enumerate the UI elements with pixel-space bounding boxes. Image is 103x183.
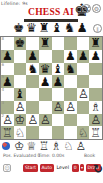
controls-bar: Start Auto Level 0 ▾ Draw: [23, 164, 101, 172]
black-captured-tray: ♚♛♜♝♞♟: [13, 21, 88, 35]
square-h8[interactable]: ♜: [89, 37, 102, 50]
black-rook-d8[interactable]: ♜: [40, 37, 51, 49]
square-g5[interactable]: [77, 75, 90, 88]
square-f4[interactable]: [64, 88, 77, 101]
white-pawn-c2[interactable]: ♙: [27, 114, 38, 126]
square-f8[interactable]: [64, 37, 77, 50]
square-f2[interactable]: [64, 114, 77, 127]
square-a3[interactable]: 3: [1, 101, 14, 114]
square-e8[interactable]: [52, 37, 65, 50]
square-d4[interactable]: [39, 88, 52, 101]
white-bishop-h3[interactable]: ♗: [90, 101, 101, 113]
white-knight-b1[interactable]: ♘: [15, 127, 26, 139]
level-caret-icon[interactable]: ▾: [80, 164, 84, 171]
book-text: Book: [84, 153, 95, 158]
black-queen-d6[interactable]: ♛: [40, 63, 51, 75]
square-c4[interactable]: [26, 88, 39, 101]
square-e1[interactable]: [52, 126, 65, 139]
square-b5[interactable]: [14, 75, 27, 88]
square-h2[interactable]: ♙: [89, 114, 102, 127]
black-pawn-h7[interactable]: ♟: [90, 50, 101, 62]
square-d3[interactable]: [39, 101, 52, 114]
square-e4[interactable]: [52, 88, 65, 101]
tray-black-piece: ♜: [38, 21, 49, 35]
white-rook-h1[interactable]: ♖: [90, 127, 101, 139]
tray-black-piece: ♟: [77, 21, 88, 35]
tray-white-piece: ♙: [76, 140, 86, 153]
rank-label-2: 2: [2, 114, 5, 118]
square-e6[interactable]: ♝: [52, 63, 65, 76]
gear-icon[interactable]: ⚙: [92, 4, 101, 13]
white-pawn-g4[interactable]: ♙: [78, 88, 89, 100]
square-a7[interactable]: 7♟: [1, 50, 14, 63]
black-pawn-d5[interactable]: ♟: [40, 76, 51, 88]
square-f5[interactable]: [64, 75, 77, 88]
square-d5[interactable]: ♟: [39, 75, 52, 88]
positions-evaluated-text: Pos. Evaluated 0: [3, 153, 40, 158]
start-button[interactable]: Start: [23, 164, 38, 172]
square-h1[interactable]: ♖: [89, 126, 102, 139]
square-g6[interactable]: [77, 63, 90, 76]
tray-white-piece: ♘: [63, 140, 73, 153]
square-d8[interactable]: ♜: [39, 37, 52, 50]
black-rook-h8[interactable]: ♜: [90, 37, 101, 49]
square-b6[interactable]: [14, 63, 27, 76]
square-e5[interactable]: ♟: [52, 75, 65, 88]
black-pawn-e5[interactable]: ♟: [52, 76, 63, 88]
square-d7[interactable]: [39, 50, 52, 63]
square-d2[interactable]: ♙: [39, 114, 52, 127]
square-f3[interactable]: ♙: [64, 101, 77, 114]
white-king-b2[interactable]: ♔: [15, 114, 26, 126]
square-e7[interactable]: [52, 50, 65, 63]
level-label: Level: [55, 165, 70, 170]
square-h3[interactable]: ♗: [89, 101, 102, 114]
white-pawn-h2[interactable]: ♙: [90, 114, 101, 126]
square-g7[interactable]: ♟: [77, 50, 90, 63]
square-g2[interactable]: [77, 114, 90, 127]
rank-label-1: 1: [2, 126, 5, 130]
black-knight-c6[interactable]: ♞: [27, 63, 38, 75]
black-pawn-f7[interactable]: ♟: [65, 50, 76, 62]
white-captured-tray: ♔♕♖♗♘♙: [14, 140, 86, 153]
tray-black-piece: ♞: [64, 21, 75, 35]
rank-label-8: 8: [2, 37, 5, 41]
square-b2[interactable]: ♔: [14, 114, 27, 127]
rank-label-4: 4: [2, 88, 5, 92]
white-pawn-f3[interactable]: ♙: [65, 101, 76, 113]
black-pawn-g7[interactable]: ♟: [78, 50, 89, 62]
square-f1[interactable]: [64, 126, 77, 139]
statusbar-text: Lifeline: 9s: [1, 1, 28, 6]
tray-white-piece: ♔: [14, 140, 24, 153]
app-title: CHESS AI: [24, 7, 78, 17]
square-c6[interactable]: ♞: [26, 63, 39, 76]
square-d1[interactable]: [39, 126, 52, 139]
square-h6[interactable]: [89, 63, 102, 76]
rank-label-3: 3: [2, 101, 5, 105]
black-pawn-c7[interactable]: ♟: [27, 50, 38, 62]
square-c8[interactable]: [26, 37, 39, 50]
share-glyph: [84, 6, 90, 12]
square-d6[interactable]: ♛: [39, 63, 52, 76]
black-bishop-e6[interactable]: ♝: [52, 63, 63, 75]
square-g4[interactable]: ♙: [77, 88, 90, 101]
square-h7[interactable]: ♟: [89, 50, 102, 63]
square-f6[interactable]: ♞: [64, 63, 77, 76]
square-h5[interactable]: [89, 75, 102, 88]
white-pawn-e3[interactable]: ♙: [52, 101, 63, 113]
white-pawn-b3[interactable]: ♙: [15, 101, 26, 113]
square-g1[interactable]: ♘: [77, 126, 90, 139]
square-c1[interactable]: [26, 126, 39, 139]
square-a1[interactable]: 1♖: [1, 126, 14, 139]
square-f7[interactable]: ♟: [64, 50, 77, 63]
black-knight-f6[interactable]: ♞: [65, 63, 76, 75]
square-b1[interactable]: ♘: [14, 126, 27, 139]
square-e3[interactable]: ♙: [52, 101, 65, 114]
square-c3[interactable]: [26, 101, 39, 114]
tray-black-piece: ♛: [26, 21, 37, 35]
undo-icon[interactable]: ↻: [93, 162, 103, 176]
square-g8[interactable]: [77, 37, 90, 50]
rank-label-7: 7: [2, 50, 5, 54]
ai-spinner-icon: [2, 142, 10, 150]
square-c2[interactable]: ♙: [26, 114, 39, 127]
hint-icon[interactable]: ☺: [3, 164, 11, 172]
square-a4[interactable]: 4: [1, 88, 14, 101]
square-c5[interactable]: [26, 75, 39, 88]
tray-black-piece: ♝: [51, 21, 62, 35]
time-text: Time: 0.00s: [38, 153, 64, 158]
share-icon[interactable]: [82, 4, 91, 13]
white-knight-g1[interactable]: ♘: [78, 127, 89, 139]
chess-board[interactable]: 8♚♜♜7♟♟♟♟♟6♞♛♝♞5♟♟♟4♝♙3♙♙♙♗2♙♔♙♙♙1♖♘♘♖: [0, 36, 103, 140]
auto-button[interactable]: Auto: [40, 164, 54, 172]
tray-white-piece: ♕: [26, 140, 36, 153]
square-c7[interactable]: ♟: [26, 50, 39, 63]
square-e2[interactable]: [52, 114, 65, 127]
square-b7[interactable]: [14, 50, 27, 63]
pause-icon[interactable]: ∥: [93, 24, 102, 33]
square-a8[interactable]: 8: [1, 37, 14, 50]
square-b8[interactable]: ♚: [14, 37, 27, 50]
square-b3[interactable]: ♙: [14, 101, 27, 114]
rank-label-6: 6: [2, 63, 5, 67]
square-b4[interactable]: ♝: [14, 88, 27, 101]
black-bishop-b4[interactable]: ♝: [15, 88, 26, 100]
tray-black-piece: ♚: [13, 21, 24, 35]
square-g3[interactable]: [77, 101, 90, 114]
level-value-select[interactable]: 0: [72, 164, 79, 172]
black-king-b8[interactable]: ♚: [15, 37, 26, 49]
tray-white-piece: ♗: [51, 140, 61, 153]
tray-white-piece: ♖: [39, 140, 49, 153]
white-pawn-d2[interactable]: ♙: [40, 114, 51, 126]
square-h4[interactable]: [89, 88, 102, 101]
rank-label-5: 5: [2, 75, 5, 79]
